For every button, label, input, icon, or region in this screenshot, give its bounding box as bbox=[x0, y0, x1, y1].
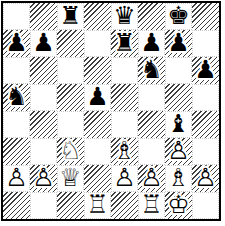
square-b7[interactable]: ♟ bbox=[30, 30, 57, 57]
square-g6[interactable] bbox=[165, 57, 192, 84]
white-bishop-outline: ♗ bbox=[111, 138, 138, 165]
square-c2[interactable]: ♛♕ bbox=[57, 165, 84, 192]
white-pawn-icon[interactable]: ♟♙ bbox=[30, 165, 57, 192]
square-g5[interactable] bbox=[165, 84, 192, 111]
square-e6[interactable] bbox=[111, 57, 138, 84]
square-d8[interactable] bbox=[84, 3, 111, 30]
white-pawn-icon[interactable]: ♟♙ bbox=[3, 165, 30, 192]
black-pawn-icon[interactable]: ♟ bbox=[138, 30, 165, 57]
square-e4[interactable] bbox=[111, 111, 138, 138]
black-knight-icon[interactable]: ♞ bbox=[3, 84, 30, 111]
square-a3[interactable] bbox=[3, 138, 30, 165]
black-pawn-icon[interactable]: ♟ bbox=[165, 30, 192, 57]
white-rook-icon[interactable]: ♜♖ bbox=[138, 192, 165, 219]
square-c8[interactable]: ♜ bbox=[57, 3, 84, 30]
white-pawn-outline: ♙ bbox=[30, 165, 57, 192]
black-pawn-fill: ♟ bbox=[138, 30, 165, 57]
square-h5[interactable] bbox=[192, 84, 219, 111]
square-e2[interactable]: ♟♙ bbox=[111, 165, 138, 192]
square-f7[interactable]: ♟ bbox=[138, 30, 165, 57]
white-pawn-outline: ♙ bbox=[111, 165, 138, 192]
square-e8[interactable]: ♛ bbox=[111, 3, 138, 30]
square-b4[interactable] bbox=[30, 111, 57, 138]
black-rook-icon[interactable]: ♜ bbox=[111, 30, 138, 57]
black-rook-fill: ♜ bbox=[57, 3, 84, 30]
square-g7[interactable]: ♟ bbox=[165, 30, 192, 57]
black-bishop-fill: ♝ bbox=[165, 111, 192, 138]
white-rook-icon[interactable]: ♜♖ bbox=[84, 192, 111, 219]
square-f2[interactable]: ♟♙ bbox=[138, 165, 165, 192]
white-king-icon[interactable]: ♚♔ bbox=[165, 192, 192, 219]
square-a7[interactable]: ♟ bbox=[3, 30, 30, 57]
black-pawn-fill: ♟ bbox=[192, 57, 219, 84]
square-c6[interactable] bbox=[57, 57, 84, 84]
square-d4[interactable] bbox=[84, 111, 111, 138]
white-knight-outline: ♘ bbox=[57, 138, 84, 165]
square-g8[interactable]: ♚ bbox=[165, 3, 192, 30]
black-queen-icon[interactable]: ♛ bbox=[111, 3, 138, 30]
square-b3[interactable] bbox=[30, 138, 57, 165]
square-a1[interactable] bbox=[3, 192, 30, 219]
white-king-outline: ♔ bbox=[165, 192, 192, 219]
square-e7[interactable]: ♜ bbox=[111, 30, 138, 57]
white-pawn-outline: ♙ bbox=[165, 138, 192, 165]
white-knight-icon[interactable]: ♞♘ bbox=[57, 138, 84, 165]
square-b5[interactable] bbox=[30, 84, 57, 111]
white-pawn-icon[interactable]: ♟♙ bbox=[111, 165, 138, 192]
square-f8[interactable] bbox=[138, 3, 165, 30]
black-knight-icon[interactable]: ♞ bbox=[138, 57, 165, 84]
black-pawn-icon[interactable]: ♟ bbox=[3, 30, 30, 57]
black-rook-icon[interactable]: ♜ bbox=[57, 3, 84, 30]
square-h2[interactable]: ♟♙ bbox=[192, 165, 219, 192]
white-bishop-icon[interactable]: ♝♗ bbox=[165, 165, 192, 192]
white-queen-outline: ♕ bbox=[57, 165, 84, 192]
square-g1[interactable]: ♚♔ bbox=[165, 192, 192, 219]
square-h7[interactable] bbox=[192, 30, 219, 57]
black-king-fill: ♚ bbox=[165, 3, 192, 30]
square-h6[interactable]: ♟ bbox=[192, 57, 219, 84]
chess-board: ♜♛♚♟♟♜♟♟♞♟♞♟♝♞♘♝♗♟♙♟♙♟♙♛♕♟♙♟♙♝♗♟♙♜♖♜♖♚♔ bbox=[1, 1, 221, 221]
white-pawn-outline: ♙ bbox=[3, 165, 30, 192]
white-bishop-outline: ♗ bbox=[165, 165, 192, 192]
square-h1[interactable] bbox=[192, 192, 219, 219]
square-f4[interactable] bbox=[138, 111, 165, 138]
square-e1[interactable] bbox=[111, 192, 138, 219]
square-d2[interactable] bbox=[84, 165, 111, 192]
square-a6[interactable] bbox=[3, 57, 30, 84]
square-d5[interactable]: ♟ bbox=[84, 84, 111, 111]
black-pawn-fill: ♟ bbox=[30, 30, 57, 57]
white-bishop-icon[interactable]: ♝♗ bbox=[111, 138, 138, 165]
black-knight-fill: ♞ bbox=[138, 57, 165, 84]
square-a4[interactable] bbox=[3, 111, 30, 138]
white-pawn-outline: ♙ bbox=[192, 165, 219, 192]
white-pawn-icon[interactable]: ♟♙ bbox=[165, 138, 192, 165]
white-pawn-outline: ♙ bbox=[138, 165, 165, 192]
square-d7[interactable] bbox=[84, 30, 111, 57]
black-pawn-fill: ♟ bbox=[84, 84, 111, 111]
black-pawn-icon[interactable]: ♟ bbox=[84, 84, 111, 111]
black-king-icon[interactable]: ♚ bbox=[165, 3, 192, 30]
square-c5[interactable] bbox=[57, 84, 84, 111]
chess-diagram-page: ♜♛♚♟♟♜♟♟♞♟♞♟♝♞♘♝♗♟♙♟♙♟♙♛♕♟♙♟♙♝♗♟♙♜♖♜♖♚♔ bbox=[0, 0, 225, 226]
white-pawn-icon[interactable]: ♟♙ bbox=[138, 165, 165, 192]
square-d3[interactable] bbox=[84, 138, 111, 165]
black-pawn-icon[interactable]: ♟ bbox=[192, 57, 219, 84]
square-c4[interactable] bbox=[57, 111, 84, 138]
square-f1[interactable]: ♜♖ bbox=[138, 192, 165, 219]
square-g3[interactable]: ♟♙ bbox=[165, 138, 192, 165]
black-bishop-icon[interactable]: ♝ bbox=[165, 111, 192, 138]
square-c7[interactable] bbox=[57, 30, 84, 57]
black-pawn-icon[interactable]: ♟ bbox=[30, 30, 57, 57]
white-rook-outline: ♖ bbox=[138, 192, 165, 219]
white-queen-icon[interactable]: ♛♕ bbox=[57, 165, 84, 192]
square-b8[interactable] bbox=[30, 3, 57, 30]
square-d6[interactable] bbox=[84, 57, 111, 84]
square-f3[interactable] bbox=[138, 138, 165, 165]
square-c3[interactable]: ♞♘ bbox=[57, 138, 84, 165]
square-a5[interactable]: ♞ bbox=[3, 84, 30, 111]
square-a2[interactable]: ♟♙ bbox=[3, 165, 30, 192]
square-g4[interactable]: ♝ bbox=[165, 111, 192, 138]
square-b6[interactable] bbox=[30, 57, 57, 84]
white-rook-outline: ♖ bbox=[84, 192, 111, 219]
square-b1[interactable] bbox=[30, 192, 57, 219]
square-d1[interactable]: ♜♖ bbox=[84, 192, 111, 219]
black-pawn-fill: ♟ bbox=[3, 30, 30, 57]
square-h8[interactable] bbox=[192, 3, 219, 30]
black-pawn-fill: ♟ bbox=[165, 30, 192, 57]
square-g2[interactable]: ♝♗ bbox=[165, 165, 192, 192]
square-h4[interactable] bbox=[192, 111, 219, 138]
square-f6[interactable]: ♞ bbox=[138, 57, 165, 84]
square-b2[interactable]: ♟♙ bbox=[30, 165, 57, 192]
square-h3[interactable] bbox=[192, 138, 219, 165]
black-queen-fill: ♛ bbox=[111, 3, 138, 30]
black-rook-fill: ♜ bbox=[111, 30, 138, 57]
white-pawn-icon[interactable]: ♟♙ bbox=[192, 165, 219, 192]
black-knight-fill: ♞ bbox=[3, 84, 30, 111]
square-e3[interactable]: ♝♗ bbox=[111, 138, 138, 165]
square-c1[interactable] bbox=[57, 192, 84, 219]
square-e5[interactable] bbox=[111, 84, 138, 111]
square-f5[interactable] bbox=[138, 84, 165, 111]
square-a8[interactable] bbox=[3, 3, 30, 30]
